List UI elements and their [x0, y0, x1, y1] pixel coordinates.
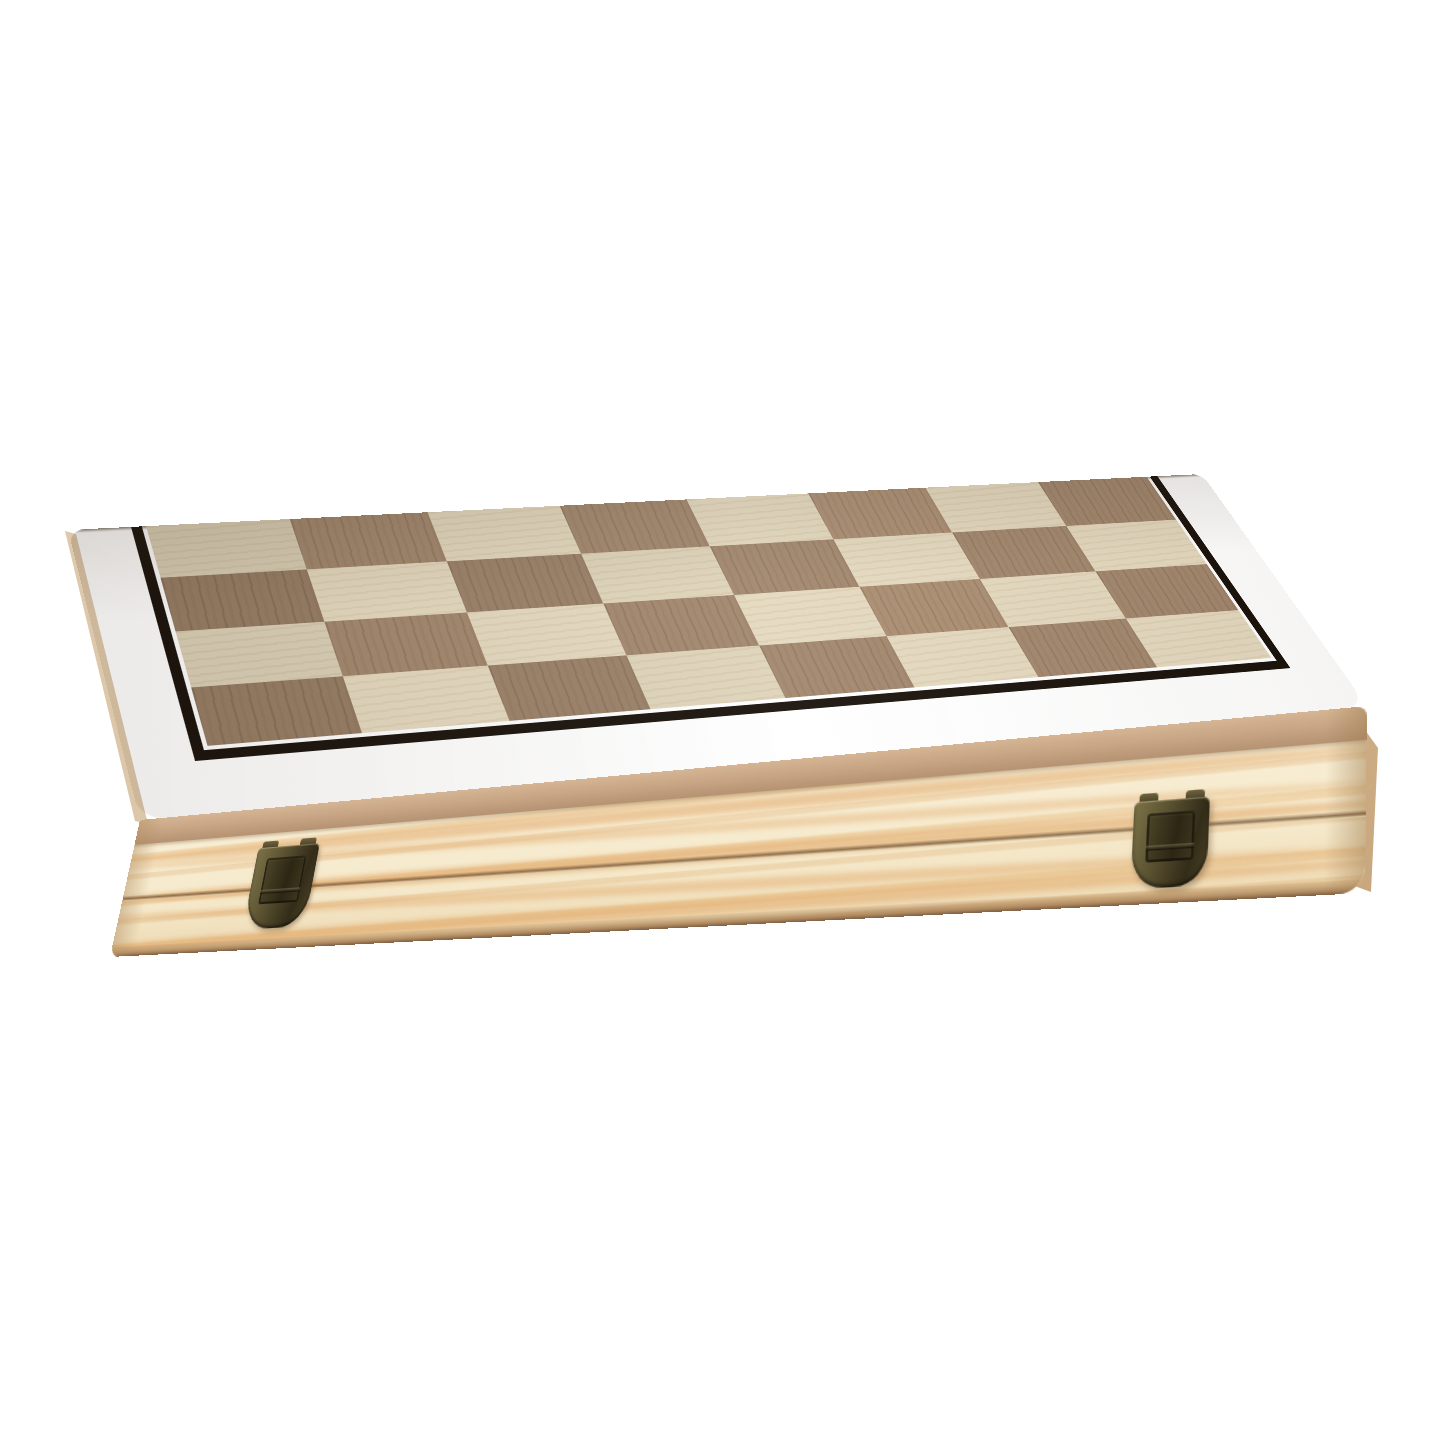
board-square [160, 569, 324, 631]
board-square [488, 655, 651, 721]
right-end-shading [1324, 706, 1368, 895]
board-square [686, 493, 833, 546]
board-square [581, 546, 734, 603]
board-square [447, 554, 603, 613]
board-square [560, 499, 710, 553]
clasp-plate [1145, 810, 1196, 862]
board-square [290, 512, 447, 569]
board-square [808, 488, 952, 540]
right-clasp [1130, 796, 1210, 889]
clasp-plate [258, 856, 306, 905]
board-square [428, 506, 582, 562]
clasp-body [1130, 796, 1210, 889]
board-square [343, 666, 510, 734]
board-square [146, 519, 307, 578]
board-square [307, 561, 467, 621]
board-square [626, 646, 785, 710]
product-photo-scene [0, 0, 1445, 1445]
